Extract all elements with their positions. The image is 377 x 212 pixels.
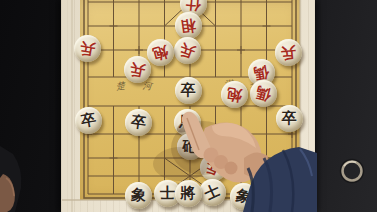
metal-ring <box>341 160 364 183</box>
xiangqi-photo-scene: 楚河漢界 仕相兵兵炮兵兵傌卒傌炮卒卒卒馬砲兵士士將象象 <box>0 0 377 212</box>
partial-left-hand <box>0 146 21 212</box>
overlay-layer <box>0 0 377 212</box>
